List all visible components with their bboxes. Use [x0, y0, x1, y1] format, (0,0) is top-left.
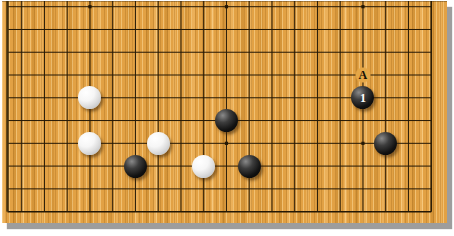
black-stone-q6: 1 [351, 86, 374, 109]
black-stone-f3 [124, 155, 147, 178]
star-point-k4 [225, 142, 228, 145]
star-point-k10 [225, 5, 228, 8]
black-stone-l3 [238, 155, 261, 178]
go-diagram: 1A [0, 0, 454, 236]
go-board: 1A [2, 1, 447, 223]
star-point-q10 [361, 5, 364, 8]
white-stone-g4 [147, 132, 170, 155]
star-point-d10 [88, 5, 91, 8]
star-point-q4 [361, 142, 364, 145]
white-stone-j3 [192, 155, 215, 178]
point-label-q7: A [355, 67, 371, 83]
black-stone-k5 [215, 109, 238, 132]
move-number-label: 1 [351, 86, 374, 109]
black-stone-r4 [374, 132, 397, 155]
